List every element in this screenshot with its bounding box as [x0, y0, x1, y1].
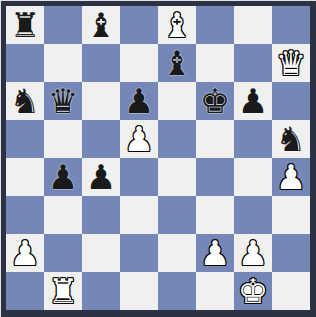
square-a2[interactable]: ♟ — [6, 234, 44, 272]
square-d3[interactable] — [120, 196, 158, 234]
square-b7[interactable] — [44, 44, 82, 82]
black-pawn-d6: ♟ — [120, 82, 158, 120]
square-e2[interactable] — [158, 234, 196, 272]
square-h8[interactable] — [272, 6, 310, 44]
white-pawn-a2: ♟ — [6, 234, 44, 272]
white-pawn-f2: ♟ — [196, 234, 234, 272]
square-e6[interactable] — [158, 82, 196, 120]
square-f7[interactable] — [196, 44, 234, 82]
square-f2[interactable]: ♟ — [196, 234, 234, 272]
square-c7[interactable] — [82, 44, 120, 82]
white-pawn-g2: ♟ — [234, 234, 272, 272]
square-e5[interactable] — [158, 120, 196, 158]
square-d4[interactable] — [120, 158, 158, 196]
white-queen-h7: ♛ — [272, 44, 310, 82]
square-g6[interactable]: ♟ — [234, 82, 272, 120]
black-knight-a6: ♞ — [6, 82, 44, 120]
white-king-g1: ♚ — [234, 272, 272, 310]
square-f8[interactable] — [196, 6, 234, 44]
black-knight-h5: ♞ — [272, 120, 310, 158]
square-c1[interactable] — [82, 272, 120, 310]
square-c8[interactable]: ♝ — [82, 6, 120, 44]
white-rook-b1: ♜ — [44, 272, 82, 310]
square-g8[interactable] — [234, 6, 272, 44]
square-g1[interactable]: ♚ — [234, 272, 272, 310]
square-d6[interactable]: ♟ — [120, 82, 158, 120]
square-d8[interactable] — [120, 6, 158, 44]
square-c2[interactable] — [82, 234, 120, 272]
square-h7[interactable]: ♛ — [272, 44, 310, 82]
square-c4[interactable]: ♟ — [82, 158, 120, 196]
square-g5[interactable] — [234, 120, 272, 158]
square-h6[interactable] — [272, 82, 310, 120]
square-c5[interactable] — [82, 120, 120, 158]
black-queen-b6: ♛ — [44, 82, 82, 120]
square-a6[interactable]: ♞ — [6, 82, 44, 120]
square-b1[interactable]: ♜ — [44, 272, 82, 310]
chess-board: ♜♝♝♝♛♞♛♟♚♟♟♞♟♟♟♟♟♟♜♚ — [6, 6, 310, 310]
square-g3[interactable] — [234, 196, 272, 234]
chess-board-frame: ♜♝♝♝♛♞♛♟♚♟♟♞♟♟♟♟♟♟♜♚ — [0, 0, 316, 317]
square-e8[interactable]: ♝ — [158, 6, 196, 44]
square-a5[interactable] — [6, 120, 44, 158]
square-f6[interactable]: ♚ — [196, 82, 234, 120]
square-b6[interactable]: ♛ — [44, 82, 82, 120]
square-f1[interactable] — [196, 272, 234, 310]
square-e1[interactable] — [158, 272, 196, 310]
black-bishop-c8: ♝ — [82, 6, 120, 44]
square-d7[interactable] — [120, 44, 158, 82]
square-h2[interactable] — [272, 234, 310, 272]
square-h1[interactable] — [272, 272, 310, 310]
black-rook-a8: ♜ — [6, 6, 44, 44]
square-a4[interactable] — [6, 158, 44, 196]
square-d5[interactable]: ♟ — [120, 120, 158, 158]
black-king-f6: ♚ — [196, 82, 234, 120]
square-b4[interactable]: ♟ — [44, 158, 82, 196]
square-g2[interactable]: ♟ — [234, 234, 272, 272]
square-b8[interactable] — [44, 6, 82, 44]
square-e3[interactable] — [158, 196, 196, 234]
square-a1[interactable] — [6, 272, 44, 310]
square-h5[interactable]: ♞ — [272, 120, 310, 158]
black-pawn-b4: ♟ — [44, 158, 82, 196]
square-a3[interactable] — [6, 196, 44, 234]
square-h4[interactable]: ♟ — [272, 158, 310, 196]
square-e7[interactable]: ♝ — [158, 44, 196, 82]
square-b3[interactable] — [44, 196, 82, 234]
black-pawn-g6: ♟ — [234, 82, 272, 120]
square-a8[interactable]: ♜ — [6, 6, 44, 44]
square-d2[interactable] — [120, 234, 158, 272]
square-e4[interactable] — [158, 158, 196, 196]
white-bishop-e8: ♝ — [158, 6, 196, 44]
square-g4[interactable] — [234, 158, 272, 196]
square-c6[interactable] — [82, 82, 120, 120]
square-h3[interactable] — [272, 196, 310, 234]
square-g7[interactable] — [234, 44, 272, 82]
square-d1[interactable] — [120, 272, 158, 310]
black-bishop-e7: ♝ — [158, 44, 196, 82]
square-b2[interactable] — [44, 234, 82, 272]
square-b5[interactable] — [44, 120, 82, 158]
white-pawn-h4: ♟ — [272, 158, 310, 196]
square-f3[interactable] — [196, 196, 234, 234]
white-pawn-d5: ♟ — [120, 120, 158, 158]
black-pawn-c4: ♟ — [82, 158, 120, 196]
square-f4[interactable] — [196, 158, 234, 196]
square-a7[interactable] — [6, 44, 44, 82]
square-f5[interactable] — [196, 120, 234, 158]
square-c3[interactable] — [82, 196, 120, 234]
